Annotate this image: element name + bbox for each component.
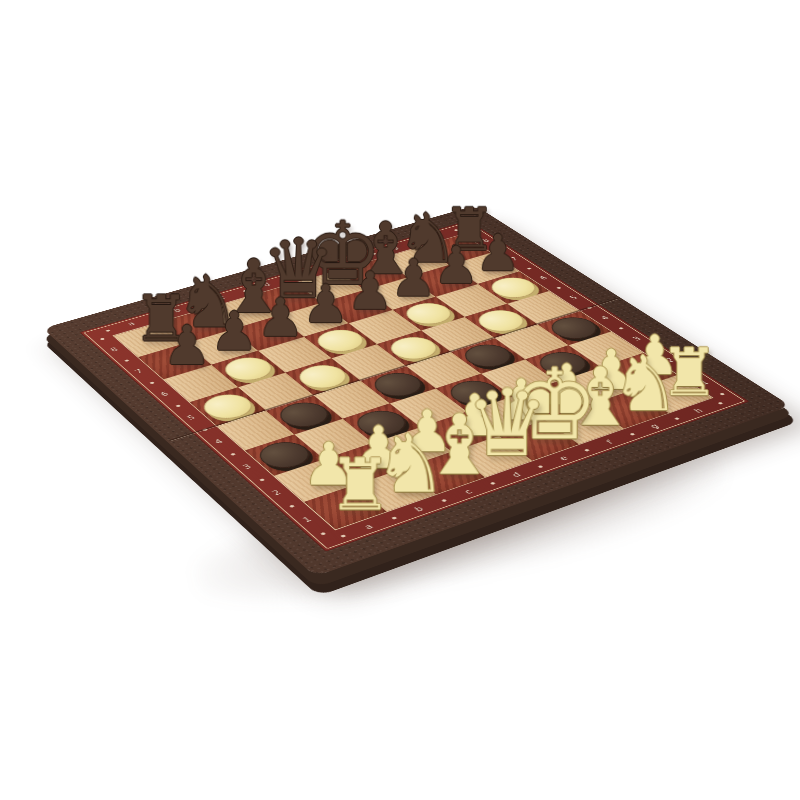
border-star-mark bbox=[259, 478, 265, 481]
border-star-mark bbox=[289, 505, 295, 508]
border-star-mark bbox=[718, 402, 724, 405]
dark-pawn-piece: ♟ bbox=[162, 320, 211, 371]
border-star-mark bbox=[320, 532, 326, 535]
border-star-mark bbox=[340, 534, 346, 537]
border-star-mark bbox=[175, 404, 181, 407]
border-star-mark bbox=[230, 453, 236, 456]
border-star-mark bbox=[719, 393, 725, 396]
light-rook-piece: ♜ bbox=[328, 452, 392, 520]
border-star-mark bbox=[391, 516, 397, 519]
product-photo-scene: abcdefgh abcdefgh 87654321 87654321 ♜♞♝♛… bbox=[0, 0, 800, 800]
